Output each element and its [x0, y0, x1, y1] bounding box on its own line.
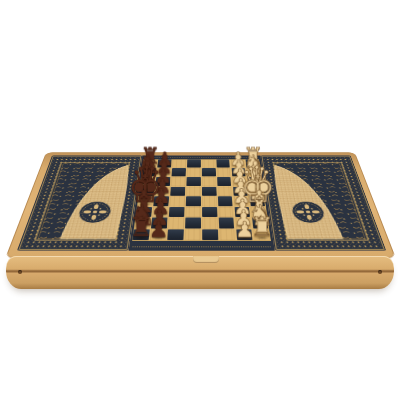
box-front-edge — [6, 256, 394, 289]
square-h5[interactable] — [184, 229, 200, 240]
chess-board: ♜♟♟♜♞♟♟♞♝♟♟♝♛♟♟♛♚♟♟♚♝♟♟♝♞♟♟♞♜♟♟♜ — [128, 155, 274, 250]
panel-art — [260, 155, 386, 250]
square-h6[interactable] — [167, 229, 183, 240]
square-a3[interactable] — [216, 159, 230, 167]
square-c6[interactable] — [171, 177, 186, 186]
square-c5[interactable] — [186, 177, 200, 186]
square-a6[interactable] — [172, 159, 186, 167]
square-b6[interactable] — [171, 168, 185, 176]
square-c4[interactable] — [201, 177, 215, 186]
left-panel-arabesque — [16, 155, 141, 250]
square-b4[interactable] — [201, 168, 215, 176]
square-c3[interactable] — [216, 177, 231, 186]
panel-art — [16, 155, 141, 250]
square-h4[interactable] — [201, 229, 217, 240]
square-a5[interactable] — [187, 159, 201, 167]
square-b3[interactable] — [216, 168, 230, 176]
right-decor-panel — [260, 155, 386, 250]
hinge-pin-left — [18, 270, 22, 274]
left-decor-panel — [16, 155, 141, 250]
piece-black-pawn-h7[interactable]: ♟ — [148, 218, 168, 240]
square-h3[interactable] — [218, 229, 234, 240]
piece-white-rook-h1[interactable]: ♜ — [250, 214, 273, 240]
right-panel-arabesque — [260, 155, 386, 250]
game-board-top: ♜♟♟♜♞♟♟♞♝♟♟♝♛♟♟♛♚♟♟♚♝♟♟♝♞♟♟♞♜♟♟♜ — [5, 152, 396, 258]
square-b5[interactable] — [186, 168, 200, 176]
square-a4[interactable] — [201, 159, 215, 167]
product-photo: ♜♟♟♜♞♟♟♞♝♟♟♝♛♟♟♛♚♟♟♚♝♟♟♝♞♟♟♞♜♟♟♜ — [0, 0, 400, 400]
hinge-pin-right — [378, 270, 382, 274]
clasp — [193, 256, 219, 263]
